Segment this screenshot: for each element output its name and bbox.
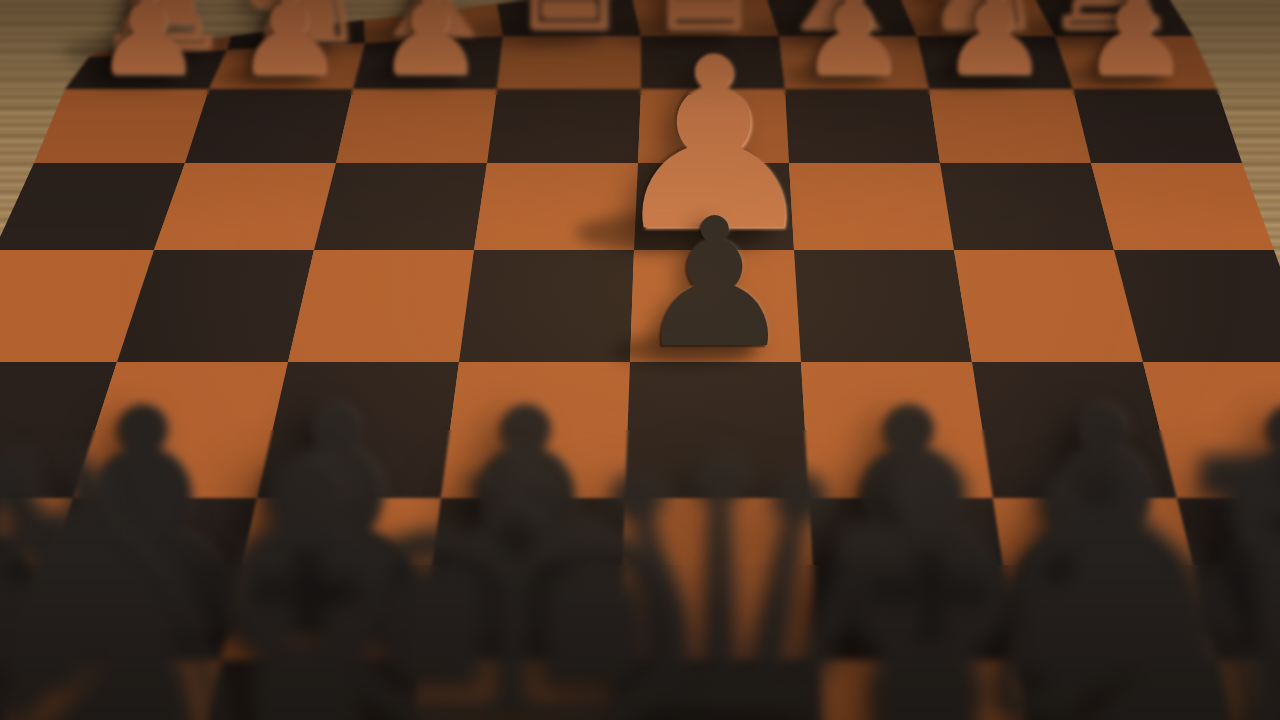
piece-white-pawn-b2: ♟ <box>940 0 1048 92</box>
piece-black-rook-h8: ♜ <box>0 397 112 720</box>
chess-3d-scene: ♜♞♝♛♚♝♞♜♟♟♟♟♟♟♟♟♟♟♟♟♟♟♟♜♞♝♛♚♝♞♜ <box>0 0 1280 720</box>
piece-white-pawn-a2: ♟ <box>1081 0 1189 92</box>
piece-white-pawn-f2: ♟ <box>376 0 484 92</box>
piece-white-pawn-g2: ♟ <box>235 0 343 92</box>
piece-white-pawn-h2: ♟ <box>94 0 202 92</box>
chess-pieces: ♜♞♝♛♚♝♞♜♟♟♟♟♟♟♟♟♟♟♟♟♟♟♟♜♞♝♛♚♝♞♜ <box>0 0 1280 720</box>
